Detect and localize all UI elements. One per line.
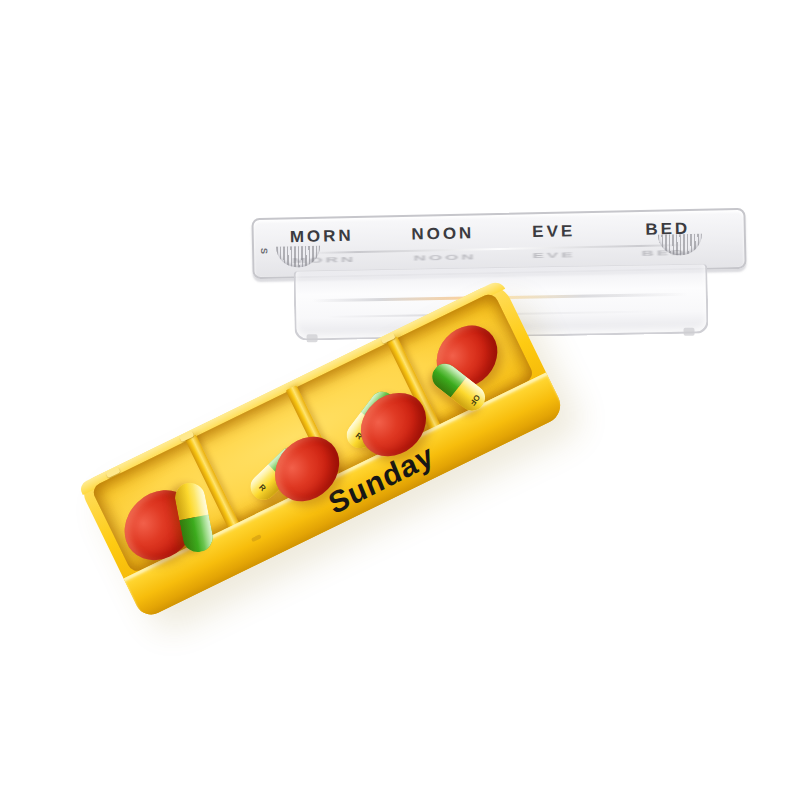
product-photo: MORN NOON EVE BED S MORN NOON EVE BED — [0, 0, 800, 800]
lid-label-morn: MORN — [290, 227, 354, 247]
lid-label-eve: EVE — [532, 222, 575, 242]
lid-corner-foot-left — [307, 334, 318, 342]
lid-label-noon: NOON — [411, 224, 474, 244]
lid-side-mark: S — [259, 248, 269, 254]
ghost-label-eve: EVE — [532, 250, 575, 260]
ghost-label-morn: MORN — [292, 255, 356, 266]
ghost-label-bed: BED — [641, 248, 686, 258]
lid-corner-foot-right — [683, 328, 694, 336]
rim-notch — [251, 534, 262, 542]
ghost-label-noon: NOON — [413, 253, 476, 264]
